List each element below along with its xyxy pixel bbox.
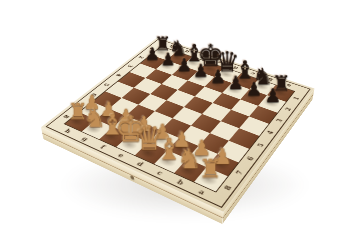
chess-set-photo: hhggffeeddccbbaa1122334455667788♜♞♝♚♛♝♞♜… — [0, 0, 350, 232]
piece-white-rook-a8: ♜ — [190, 156, 230, 182]
latch-pin — [130, 175, 134, 180]
piece-black-pawn-a2: ♟ — [256, 86, 290, 105]
